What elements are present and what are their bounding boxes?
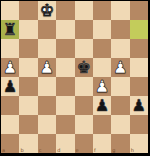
square-e8[interactable]	[75, 1, 93, 20]
square-f4[interactable]: ♟	[93, 77, 111, 96]
square-b7[interactable]	[19, 20, 37, 39]
file-label-d: d	[57, 148, 60, 153]
file-label-c: c	[39, 148, 42, 153]
square-b3[interactable]	[19, 96, 37, 115]
square-f7[interactable]	[93, 20, 111, 39]
piece-black-rook[interactable]: ♜	[1, 20, 19, 39]
square-c2[interactable]	[38, 115, 56, 134]
square-g8[interactable]	[111, 1, 129, 20]
square-f2[interactable]	[93, 115, 111, 134]
square-d5[interactable]	[56, 58, 74, 77]
square-b6[interactable]	[19, 39, 37, 58]
square-e4[interactable]	[75, 77, 93, 96]
file-label-e: e	[76, 148, 79, 153]
square-b4[interactable]	[19, 77, 37, 96]
square-f3[interactable]: ♟	[93, 96, 111, 115]
square-c1[interactable]: c	[38, 134, 56, 153]
file-label-b: b	[20, 148, 23, 153]
square-h1[interactable]: h	[130, 134, 148, 153]
square-c5[interactable]: ♟	[38, 58, 56, 77]
square-a5[interactable]: ♟	[1, 58, 19, 77]
piece-white-pawn[interactable]: ♟	[38, 58, 56, 77]
square-e1[interactable]: e	[75, 134, 93, 153]
file-label-a: a	[2, 148, 5, 153]
square-g6[interactable]	[111, 39, 129, 58]
square-h5[interactable]	[130, 58, 148, 77]
square-h7[interactable]	[130, 20, 148, 39]
square-e2[interactable]	[75, 115, 93, 134]
square-g2[interactable]	[111, 115, 129, 134]
square-a3[interactable]	[1, 96, 19, 115]
square-e5[interactable]: ♚	[75, 58, 93, 77]
square-e3[interactable]	[75, 96, 93, 115]
square-d2[interactable]	[56, 115, 74, 134]
square-c3[interactable]	[38, 96, 56, 115]
square-h3[interactable]: ♟	[130, 96, 148, 115]
square-a8[interactable]	[1, 1, 19, 20]
square-e6[interactable]	[75, 39, 93, 58]
square-d3[interactable]	[56, 96, 74, 115]
square-a6[interactable]	[1, 39, 19, 58]
piece-white-pawn[interactable]: ♟	[93, 77, 111, 96]
square-g1[interactable]: g	[111, 134, 129, 153]
square-g4[interactable]	[111, 77, 129, 96]
square-b2[interactable]	[19, 115, 37, 134]
square-h4[interactable]	[130, 77, 148, 96]
piece-white-pawn[interactable]: ♟	[1, 58, 19, 77]
square-c4[interactable]	[38, 77, 56, 96]
square-e7[interactable]	[75, 20, 93, 39]
piece-black-pawn[interactable]: ♟	[93, 96, 111, 115]
square-f5[interactable]	[93, 58, 111, 77]
square-g3[interactable]	[111, 96, 129, 115]
square-f6[interactable]	[93, 39, 111, 58]
square-h6[interactable]	[130, 39, 148, 58]
square-d1[interactable]: d	[56, 134, 74, 153]
chess-board: ♚♜♟♟♚♟♟♟♟♟abcdefgh	[1, 1, 148, 153]
square-a2[interactable]	[1, 115, 19, 134]
square-b1[interactable]: b	[19, 134, 37, 153]
square-a7[interactable]: ♜	[1, 20, 19, 39]
square-c6[interactable]	[38, 39, 56, 58]
file-label-g: g	[112, 148, 115, 153]
chess-app-window: ♚♜♟♟♚♟♟♟♟♟abcdefgh	[0, 0, 150, 156]
piece-black-pawn[interactable]: ♟	[1, 77, 19, 96]
square-a4[interactable]: ♟	[1, 77, 19, 96]
square-d7[interactable]	[56, 20, 74, 39]
square-d4[interactable]	[56, 77, 74, 96]
square-b5[interactable]	[19, 58, 37, 77]
file-label-h: h	[131, 148, 134, 153]
square-g7[interactable]	[111, 20, 129, 39]
square-h8[interactable]	[130, 1, 148, 20]
square-g5[interactable]: ♟	[111, 58, 129, 77]
square-h2[interactable]	[130, 115, 148, 134]
piece-black-pawn[interactable]: ♟	[130, 96, 148, 115]
square-f8[interactable]	[93, 1, 111, 20]
file-label-f: f	[94, 148, 96, 153]
piece-white-king[interactable]: ♚	[38, 1, 56, 20]
square-a1[interactable]: a	[1, 134, 19, 153]
square-b8[interactable]	[19, 1, 37, 20]
square-c8[interactable]: ♚	[38, 1, 56, 20]
square-d6[interactable]	[56, 39, 74, 58]
piece-white-pawn[interactable]: ♟	[111, 58, 129, 77]
square-c7[interactable]	[38, 20, 56, 39]
square-f1[interactable]: f	[93, 134, 111, 153]
square-d8[interactable]	[56, 1, 74, 20]
piece-black-king[interactable]: ♚	[75, 58, 93, 77]
